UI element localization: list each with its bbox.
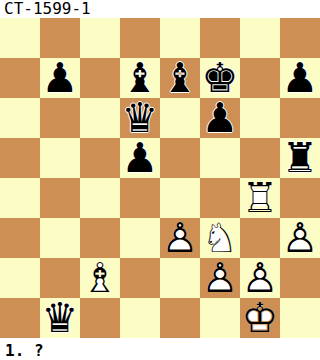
square-e2[interactable] (160, 258, 200, 298)
square-b6[interactable] (40, 98, 80, 138)
square-g6[interactable] (240, 98, 280, 138)
piece-black-queen: ♛ (120, 98, 160, 138)
square-c2[interactable]: ♝♗ (80, 258, 120, 298)
piece-white-pawn: ♙ (200, 258, 240, 298)
square-f8[interactable] (200, 18, 240, 58)
piece-black-rook: ♜ (280, 138, 320, 178)
square-g3[interactable] (240, 218, 280, 258)
square-h2[interactable] (280, 258, 320, 298)
square-f4[interactable] (200, 178, 240, 218)
square-a5[interactable] (0, 138, 40, 178)
square-a7[interactable] (0, 58, 40, 98)
square-b5[interactable] (40, 138, 80, 178)
piece-white-rook: ♖ (240, 178, 280, 218)
piece-black-pawn: ♟ (120, 138, 160, 178)
square-g5[interactable] (240, 138, 280, 178)
square-h3[interactable]: ♟♙ (280, 218, 320, 258)
piece-black-bishop: ♝ (120, 58, 160, 98)
square-a1[interactable] (0, 298, 40, 338)
piece-black-bishop: ♝ (160, 58, 200, 98)
square-c8[interactable] (80, 18, 120, 58)
piece-black-pawn: ♟ (40, 58, 80, 98)
square-g7[interactable] (240, 58, 280, 98)
square-h8[interactable] (280, 18, 320, 58)
square-c6[interactable] (80, 98, 120, 138)
square-h5[interactable]: ♜ (280, 138, 320, 178)
square-c5[interactable] (80, 138, 120, 178)
square-f2[interactable]: ♟♙ (200, 258, 240, 298)
square-d5[interactable]: ♟ (120, 138, 160, 178)
square-h4[interactable] (280, 178, 320, 218)
puzzle-title: CT-1599-1 (0, 0, 320, 18)
square-f6[interactable]: ♟ (200, 98, 240, 138)
square-f7[interactable]: ♚ (200, 58, 240, 98)
square-a3[interactable] (0, 218, 40, 258)
square-b2[interactable] (40, 258, 80, 298)
square-a6[interactable] (0, 98, 40, 138)
square-b7[interactable]: ♟ (40, 58, 80, 98)
square-d1[interactable] (120, 298, 160, 338)
square-f5[interactable] (200, 138, 240, 178)
square-e3[interactable]: ♟♙ (160, 218, 200, 258)
square-a2[interactable] (0, 258, 40, 298)
square-h7[interactable]: ♟ (280, 58, 320, 98)
square-a4[interactable] (0, 178, 40, 218)
piece-white-pawn: ♙ (280, 218, 320, 258)
chess-board: ♟♝♝♚♟♛♟♟♜♜♖♟♙♞♘♟♙♝♗♟♙♟♙♛♚♔ (0, 18, 320, 338)
square-b4[interactable] (40, 178, 80, 218)
square-g2[interactable]: ♟♙ (240, 258, 280, 298)
square-d4[interactable] (120, 178, 160, 218)
square-d3[interactable] (120, 218, 160, 258)
piece-black-king: ♚ (200, 58, 240, 98)
square-h6[interactable] (280, 98, 320, 138)
square-d7[interactable]: ♝ (120, 58, 160, 98)
piece-black-queen: ♛ (40, 298, 80, 338)
square-b3[interactable] (40, 218, 80, 258)
square-b8[interactable] (40, 18, 80, 58)
piece-black-pawn: ♟ (280, 58, 320, 98)
square-g4[interactable]: ♜♖ (240, 178, 280, 218)
square-e1[interactable] (160, 298, 200, 338)
square-e8[interactable] (160, 18, 200, 58)
square-f3[interactable]: ♞♘ (200, 218, 240, 258)
square-f1[interactable] (200, 298, 240, 338)
piece-white-knight: ♘ (200, 218, 240, 258)
chess-puzzle-page: CT-1599-1 ♟♝♝♚♟♛♟♟♜♜♖♟♙♞♘♟♙♝♗♟♙♟♙♛♚♔ 1. … (0, 0, 320, 360)
piece-white-pawn: ♙ (240, 258, 280, 298)
piece-black-pawn: ♟ (200, 98, 240, 138)
square-e6[interactable] (160, 98, 200, 138)
square-h1[interactable] (280, 298, 320, 338)
square-d2[interactable] (120, 258, 160, 298)
square-c7[interactable] (80, 58, 120, 98)
square-e4[interactable] (160, 178, 200, 218)
piece-white-pawn: ♙ (160, 218, 200, 258)
square-c3[interactable] (80, 218, 120, 258)
square-c4[interactable] (80, 178, 120, 218)
piece-white-king: ♔ (240, 298, 280, 338)
square-g1[interactable]: ♚♔ (240, 298, 280, 338)
square-a8[interactable] (0, 18, 40, 58)
square-e7[interactable]: ♝ (160, 58, 200, 98)
square-d8[interactable] (120, 18, 160, 58)
square-e5[interactable] (160, 138, 200, 178)
square-d6[interactable]: ♛ (120, 98, 160, 138)
square-b1[interactable]: ♛ (40, 298, 80, 338)
square-c1[interactable] (80, 298, 120, 338)
square-g8[interactable] (240, 18, 280, 58)
piece-white-bishop: ♗ (80, 258, 120, 298)
